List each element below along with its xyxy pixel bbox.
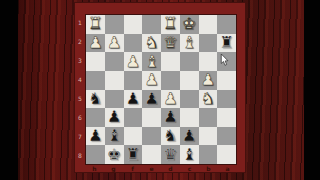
square-g4[interactable]	[105, 71, 124, 90]
square-g7[interactable]: ♝	[105, 127, 124, 146]
square-h2[interactable]: ♟	[86, 34, 105, 53]
square-h8[interactable]	[86, 145, 105, 164]
rank-label: 1	[75, 14, 85, 33]
file-label: a	[218, 165, 237, 173]
square-d5[interactable]: ♟	[161, 90, 180, 109]
square-c5[interactable]	[180, 90, 199, 109]
left-letterbox	[0, 0, 18, 180]
square-c2[interactable]: ♝	[180, 34, 199, 53]
square-b7[interactable]	[199, 127, 218, 146]
square-f1[interactable]	[124, 15, 143, 34]
square-h6[interactable]	[86, 108, 105, 127]
square-f6[interactable]	[124, 108, 143, 127]
black-bishop[interactable]: ♝	[182, 147, 196, 163]
square-a3[interactable]	[217, 52, 236, 71]
rank-label: 2	[75, 33, 85, 52]
square-d7[interactable]: ♞	[161, 127, 180, 146]
square-e2[interactable]: ♞	[142, 34, 161, 53]
square-a1[interactable]	[217, 15, 236, 34]
rank-label: 5	[75, 90, 85, 109]
rank-label: 8	[75, 146, 85, 165]
square-b2[interactable]	[199, 34, 218, 53]
square-h5[interactable]: ♞	[86, 90, 105, 109]
square-a7[interactable]	[217, 127, 236, 146]
square-c1[interactable]: ♚	[180, 15, 199, 34]
square-e3[interactable]: ♝	[142, 52, 161, 71]
square-b6[interactable]	[199, 108, 218, 127]
rank-label: 6	[75, 108, 85, 127]
square-c6[interactable]	[180, 108, 199, 127]
black-pawn[interactable]: ♟	[107, 109, 121, 125]
square-f7[interactable]	[124, 127, 143, 146]
square-g6[interactable]: ♟	[105, 108, 124, 127]
square-h1[interactable]: ♜	[86, 15, 105, 34]
white-bishop[interactable]: ♝	[182, 35, 196, 51]
square-b3[interactable]	[199, 52, 218, 71]
white-pawn[interactable]: ♟	[201, 72, 215, 88]
square-b1[interactable]	[199, 15, 218, 34]
square-d2[interactable]: ♛	[161, 34, 180, 53]
square-a4[interactable]	[217, 71, 236, 90]
white-pawn[interactable]: ♟	[144, 72, 158, 88]
black-pawn[interactable]: ♟	[88, 128, 102, 144]
white-rook[interactable]: ♜	[163, 16, 177, 32]
square-d6[interactable]: ♟	[161, 108, 180, 127]
square-d1[interactable]: ♜	[161, 15, 180, 34]
square-e1[interactable]	[142, 15, 161, 34]
screen: 12345678 ♜♜♚♟♟♞♛♝♜♟♝♟♟♞♟♟♟♞♟♟♟♝♞♟♚♜♛♝ hg…	[0, 0, 320, 180]
square-e8[interactable]	[142, 145, 161, 164]
square-b4[interactable]: ♟	[199, 71, 218, 90]
rank-label: 7	[75, 127, 85, 146]
right-letterbox	[304, 0, 320, 180]
square-a2[interactable]: ♜	[217, 34, 236, 53]
square-g5[interactable]	[105, 90, 124, 109]
file-label: g	[104, 165, 123, 173]
square-g1[interactable]	[105, 15, 124, 34]
black-queen[interactable]: ♛	[163, 147, 177, 163]
white-queen[interactable]: ♛	[163, 35, 177, 51]
white-bishop[interactable]: ♝	[144, 54, 158, 70]
file-label: b	[199, 165, 218, 173]
square-c8[interactable]: ♝	[180, 145, 199, 164]
square-a5[interactable]	[217, 90, 236, 109]
white-king[interactable]: ♚	[182, 16, 196, 32]
square-h7[interactable]: ♟	[86, 127, 105, 146]
white-knight[interactable]: ♞	[144, 35, 158, 51]
square-g2[interactable]: ♟	[105, 34, 124, 53]
white-pawn[interactable]: ♟	[88, 35, 102, 51]
square-a8[interactable]	[217, 145, 236, 164]
square-c4[interactable]	[180, 71, 199, 90]
black-pawn[interactable]: ♟	[182, 128, 196, 144]
black-pawn[interactable]: ♟	[126, 91, 140, 107]
board-frame: 12345678 ♜♜♚♟♟♞♛♝♜♟♝♟♟♞♟♟♟♞♟♟♟♝♞♟♚♜♛♝ hg…	[74, 2, 246, 173]
rank-label: 4	[75, 71, 85, 90]
square-g8[interactable]: ♚	[105, 145, 124, 164]
black-king[interactable]: ♚	[107, 147, 121, 163]
black-knight[interactable]: ♞	[88, 91, 102, 107]
black-pawn[interactable]: ♟	[163, 109, 177, 125]
white-pawn[interactable]: ♟	[126, 54, 140, 70]
white-knight[interactable]: ♞	[201, 91, 215, 107]
rank-label: 3	[75, 52, 85, 71]
white-pawn[interactable]: ♟	[107, 35, 121, 51]
square-a6[interactable]	[217, 108, 236, 127]
square-f8[interactable]: ♜	[124, 145, 143, 164]
square-f2[interactable]	[124, 34, 143, 53]
file-label: f	[123, 165, 142, 173]
white-rook[interactable]: ♜	[88, 16, 102, 32]
square-e4[interactable]: ♟	[142, 71, 161, 90]
square-b8[interactable]	[199, 145, 218, 164]
square-h3[interactable]	[86, 52, 105, 71]
mouse-pointer-icon	[220, 54, 229, 66]
black-bishop[interactable]: ♝	[107, 128, 121, 144]
black-rook[interactable]: ♜	[219, 35, 233, 51]
square-d4[interactable]	[161, 71, 180, 90]
square-d3[interactable]	[161, 52, 180, 71]
square-f5[interactable]: ♟	[124, 90, 143, 109]
square-e7[interactable]	[142, 127, 161, 146]
file-label: d	[161, 165, 180, 173]
square-f4[interactable]	[124, 71, 143, 90]
rank-labels: 12345678	[75, 14, 85, 165]
file-label: h	[85, 165, 104, 173]
square-d8[interactable]: ♛	[161, 145, 180, 164]
file-label: c	[180, 165, 199, 173]
black-pawn[interactable]: ♟	[144, 91, 158, 107]
square-c7[interactable]: ♟	[180, 127, 199, 146]
white-pawn[interactable]: ♟	[163, 91, 177, 107]
square-e6[interactable]	[142, 108, 161, 127]
chess-board[interactable]: ♜♜♚♟♟♞♛♝♜♟♝♟♟♞♟♟♟♞♟♟♟♝♞♟♚♜♛♝	[85, 14, 237, 165]
file-label: e	[142, 165, 161, 173]
file-labels: hgfedcba	[85, 165, 237, 173]
black-knight[interactable]: ♞	[163, 128, 177, 144]
square-f3[interactable]: ♟	[124, 52, 143, 71]
square-e5[interactable]: ♟	[142, 90, 161, 109]
square-g3[interactable]	[105, 52, 124, 71]
black-rook[interactable]: ♜	[126, 147, 140, 163]
square-h4[interactable]	[86, 71, 105, 90]
square-c3[interactable]	[180, 52, 199, 71]
square-b5[interactable]: ♞	[199, 90, 218, 109]
